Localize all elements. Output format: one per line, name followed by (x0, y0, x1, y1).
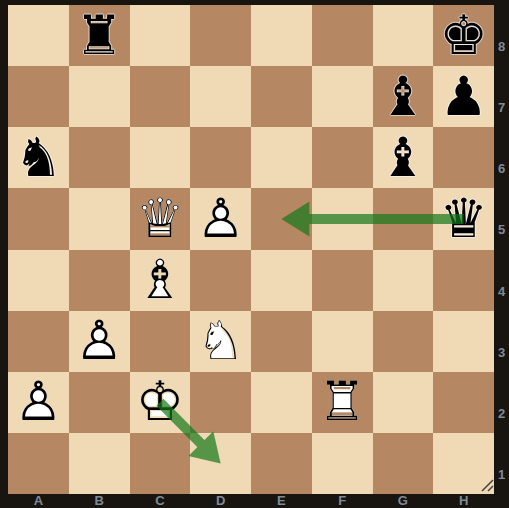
square-d3[interactable]: ♞♘ (190, 311, 251, 372)
square-h6[interactable] (433, 127, 494, 188)
piece-white-bishop[interactable]: ♝♗ (130, 250, 191, 311)
square-b1[interactable] (69, 433, 130, 494)
square-h1[interactable] (433, 433, 494, 494)
square-a2[interactable]: ♟♙ (8, 372, 69, 433)
square-c2[interactable]: ♚♔ (130, 372, 191, 433)
square-b3[interactable]: ♟♙ (69, 311, 130, 372)
piece-black-bishop[interactable]: ♝ (373, 127, 434, 188)
square-c7[interactable] (130, 66, 191, 127)
square-g5[interactable] (373, 188, 434, 249)
square-d6[interactable] (190, 127, 251, 188)
square-c1[interactable] (130, 433, 191, 494)
rank-label-7: 7 (494, 77, 509, 138)
rank-label-2: 2 (494, 383, 509, 444)
square-g3[interactable] (373, 311, 434, 372)
board-frame: ♜♚♝♟♞♝♛♕♟♙♛♝♗♟♙♞♘♟♙♚♔♜♖ ABCDEFGH87654321 (0, 0, 509, 508)
square-c3[interactable] (130, 311, 191, 372)
piece-white-pawn[interactable]: ♟♙ (8, 372, 69, 433)
square-d1[interactable] (190, 433, 251, 494)
piece-black-knight[interactable]: ♞ (8, 127, 69, 188)
square-g1[interactable] (373, 433, 434, 494)
square-f4[interactable] (312, 250, 373, 311)
piece-white-queen[interactable]: ♛♕ (130, 188, 191, 249)
square-f7[interactable] (312, 66, 373, 127)
square-g6[interactable]: ♝ (373, 127, 434, 188)
square-h8[interactable]: ♚ (433, 5, 494, 66)
square-d5[interactable]: ♟♙ (190, 188, 251, 249)
file-label-h: H (459, 494, 468, 508)
square-c8[interactable] (130, 5, 191, 66)
piece-white-knight[interactable]: ♞♘ (190, 311, 251, 372)
square-d4[interactable] (190, 250, 251, 311)
square-e1[interactable] (251, 433, 312, 494)
square-d2[interactable] (190, 372, 251, 433)
square-e2[interactable] (251, 372, 312, 433)
square-e4[interactable] (251, 250, 312, 311)
piece-black-queen[interactable]: ♛ (433, 188, 494, 249)
square-f3[interactable] (312, 311, 373, 372)
piece-black-king[interactable]: ♚ (433, 5, 494, 66)
square-e6[interactable] (251, 127, 312, 188)
square-f8[interactable] (312, 5, 373, 66)
square-b4[interactable] (69, 250, 130, 311)
file-label-e: E (277, 494, 286, 508)
piece-white-pawn[interactable]: ♟♙ (190, 188, 251, 249)
square-d8[interactable] (190, 5, 251, 66)
square-b6[interactable] (69, 127, 130, 188)
chess-board[interactable]: ♜♚♝♟♞♝♛♕♟♙♛♝♗♟♙♞♘♟♙♚♔♜♖ (8, 5, 494, 494)
rank-label-6: 6 (494, 138, 509, 199)
file-label-d: D (216, 494, 225, 508)
piece-black-bishop[interactable]: ♝ (373, 66, 434, 127)
square-f1[interactable] (312, 433, 373, 494)
square-e8[interactable] (251, 5, 312, 66)
file-label-f: F (338, 494, 346, 508)
piece-black-pawn[interactable]: ♟ (433, 66, 494, 127)
file-label-g: G (398, 494, 408, 508)
rank-label-4: 4 (494, 261, 509, 322)
rank-label-8: 8 (494, 16, 509, 77)
square-c4[interactable]: ♝♗ (130, 250, 191, 311)
square-b7[interactable] (69, 66, 130, 127)
file-label-c: C (155, 494, 164, 508)
square-b2[interactable] (69, 372, 130, 433)
piece-black-rook[interactable]: ♜ (69, 5, 130, 66)
square-e5[interactable] (251, 188, 312, 249)
file-label-a: A (34, 494, 43, 508)
square-a3[interactable] (8, 311, 69, 372)
square-h3[interactable] (433, 311, 494, 372)
square-b5[interactable] (69, 188, 130, 249)
square-g2[interactable] (373, 372, 434, 433)
square-a8[interactable] (8, 5, 69, 66)
square-a5[interactable] (8, 188, 69, 249)
file-label-b: B (94, 494, 103, 508)
square-g4[interactable] (373, 250, 434, 311)
square-a7[interactable] (8, 66, 69, 127)
square-h7[interactable]: ♟ (433, 66, 494, 127)
square-a4[interactable] (8, 250, 69, 311)
square-c5[interactable]: ♛♕ (130, 188, 191, 249)
square-f2[interactable]: ♜♖ (312, 372, 373, 433)
piece-white-king[interactable]: ♚♔ (130, 372, 191, 433)
square-e7[interactable] (251, 66, 312, 127)
square-b8[interactable]: ♜ (69, 5, 130, 66)
square-a6[interactable]: ♞ (8, 127, 69, 188)
square-f6[interactable] (312, 127, 373, 188)
square-d7[interactable] (190, 66, 251, 127)
square-g7[interactable]: ♝ (373, 66, 434, 127)
rank-label-1: 1 (494, 444, 509, 505)
square-c6[interactable] (130, 127, 191, 188)
square-e3[interactable] (251, 311, 312, 372)
square-f5[interactable] (312, 188, 373, 249)
square-a1[interactable] (8, 433, 69, 494)
piece-white-rook[interactable]: ♜♖ (312, 372, 373, 433)
rank-label-5: 5 (494, 199, 509, 260)
rank-label-3: 3 (494, 322, 509, 383)
square-g8[interactable] (373, 5, 434, 66)
square-h2[interactable] (433, 372, 494, 433)
square-h4[interactable] (433, 250, 494, 311)
piece-white-pawn[interactable]: ♟♙ (69, 311, 130, 372)
square-h5[interactable]: ♛ (433, 188, 494, 249)
